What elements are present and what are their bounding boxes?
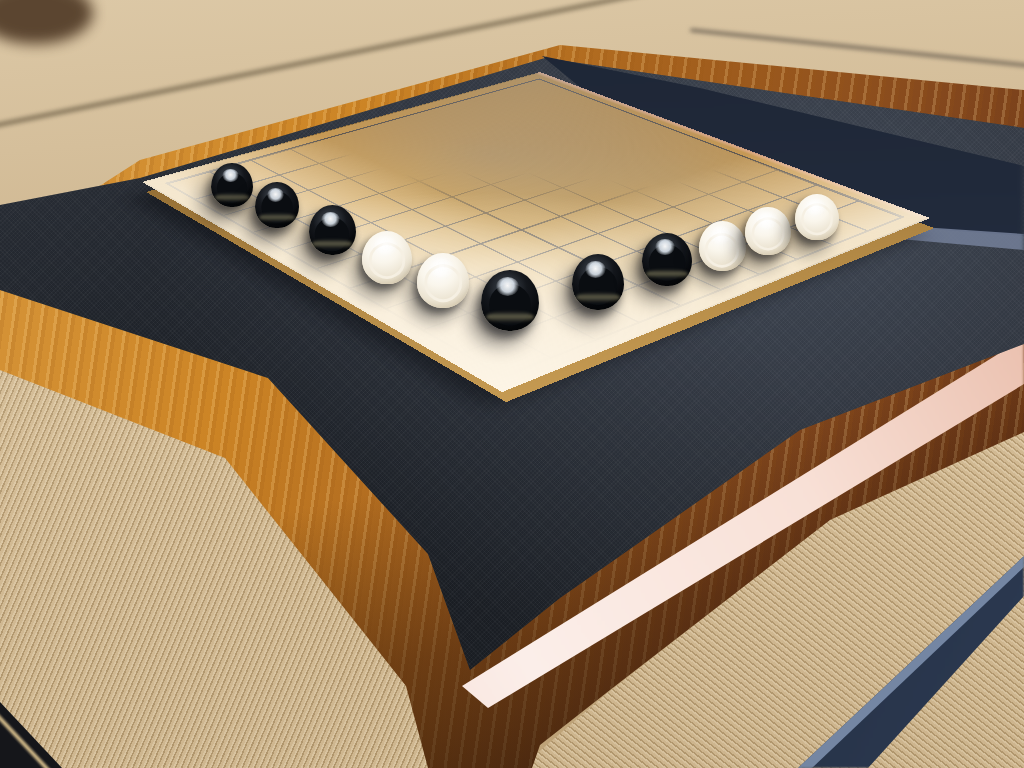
stone-reflection-band [646,269,688,280]
stone-specular-highlight [267,188,284,202]
black-stone-b5[interactable]: ● [572,254,625,310]
stone-specular-highlight [222,169,239,182]
white-stone-w2[interactable]: ○ [417,253,469,308]
stone-specular-highlight [429,258,455,278]
scene-photo: ●●●○○●●●○○○ [0,0,1024,768]
stones-layer: ●●●○○●●●○○○ [0,0,1024,768]
black-stone-b4[interactable]: ● [481,270,538,331]
stone-specular-highlight [496,277,519,295]
stone-reflection-band [215,193,250,202]
white-stone-w1[interactable]: ○ [362,231,412,284]
black-stone-b1[interactable]: ● [211,163,252,207]
black-stone-b2[interactable]: ● [255,182,298,228]
stone-specular-highlight [373,236,398,255]
stone-reflection-band [312,239,351,249]
white-stone-w5[interactable]: ○ [795,194,838,240]
black-stone-b6[interactable]: ● [642,233,692,286]
white-stone-w4[interactable]: ○ [745,207,790,255]
stone-specular-highlight [321,212,340,227]
white-stone-w3[interactable]: ○ [699,221,746,271]
stone-specular-highlight [755,212,778,229]
black-stone-b3[interactable]: ● [309,205,356,255]
